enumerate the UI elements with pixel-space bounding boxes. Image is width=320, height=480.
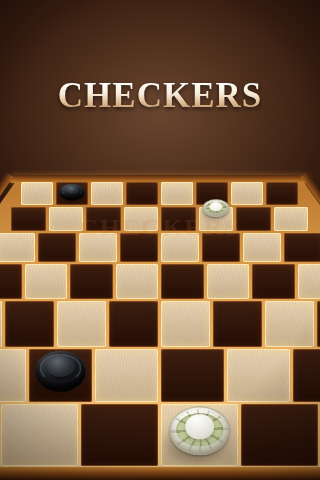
checker-white[interactable] (169, 407, 231, 456)
square-r4c5[interactable] (161, 264, 204, 299)
square-r3c1[interactable] (0, 233, 35, 262)
square-r7c3[interactable] (1, 404, 78, 466)
square-r3c7[interactable] (243, 233, 281, 262)
square-r2c1[interactable] (11, 207, 46, 231)
game-title: CHECKERS (0, 78, 320, 113)
square-r3c2[interactable] (38, 233, 76, 262)
square-r3c5[interactable] (161, 233, 199, 262)
square-r6c6[interactable] (227, 349, 290, 402)
board-front-rim (0, 467, 320, 480)
square-r3c4[interactable] (120, 233, 158, 262)
square-r1c3[interactable] (91, 182, 123, 205)
square-r6c4[interactable] (95, 349, 158, 402)
square-r5c5[interactable] (161, 301, 210, 347)
square-r1c4[interactable] (126, 182, 158, 205)
square-r1c1[interactable] (21, 182, 53, 205)
square-r1c7[interactable] (231, 182, 263, 205)
square-r5c1[interactable] (0, 301, 2, 347)
square-r5c2[interactable] (5, 301, 54, 347)
square-r5c4[interactable] (109, 301, 158, 347)
square-r4c3[interactable] (70, 264, 113, 299)
square-r5c3[interactable] (57, 301, 106, 347)
checker-black[interactable] (35, 351, 86, 392)
square-r2c3[interactable] (86, 207, 121, 231)
square-r2c5[interactable] (161, 207, 196, 231)
piece-layer (46, 355, 74, 376)
square-r7c4[interactable] (81, 404, 158, 466)
square-r2c2[interactable] (49, 207, 84, 231)
square-r3c3[interactable] (79, 233, 117, 262)
square-r4c8[interactable] (298, 264, 320, 299)
square-r3c6[interactable] (202, 233, 240, 262)
piece-layer (209, 202, 222, 211)
square-r6c7[interactable] (293, 349, 320, 402)
checker-black[interactable] (59, 184, 84, 201)
square-r6c5[interactable] (161, 349, 224, 402)
square-r6c2[interactable] (0, 349, 26, 402)
square-r4c1[interactable] (0, 264, 22, 299)
square-r3c8[interactable] (284, 233, 320, 262)
board-top-rim (10, 175, 309, 183)
square-r5c7[interactable] (265, 301, 314, 347)
square-r7c6[interactable] (241, 404, 318, 466)
piece-layer (185, 414, 215, 440)
square-r2c8[interactable] (274, 207, 309, 231)
square-r5c6[interactable] (213, 301, 262, 347)
square-r4c7[interactable] (252, 264, 295, 299)
checkers-title-screen: CHECKERS CHECKERS (0, 0, 320, 480)
checker-white[interactable] (202, 199, 229, 217)
square-r2c4[interactable] (124, 207, 159, 231)
square-r4c4[interactable] (116, 264, 159, 299)
square-r1c5[interactable] (161, 182, 193, 205)
square-r1c8[interactable] (266, 182, 298, 205)
square-r4c2[interactable] (25, 264, 68, 299)
square-r2c7[interactable] (236, 207, 271, 231)
square-r4c6[interactable] (207, 264, 250, 299)
